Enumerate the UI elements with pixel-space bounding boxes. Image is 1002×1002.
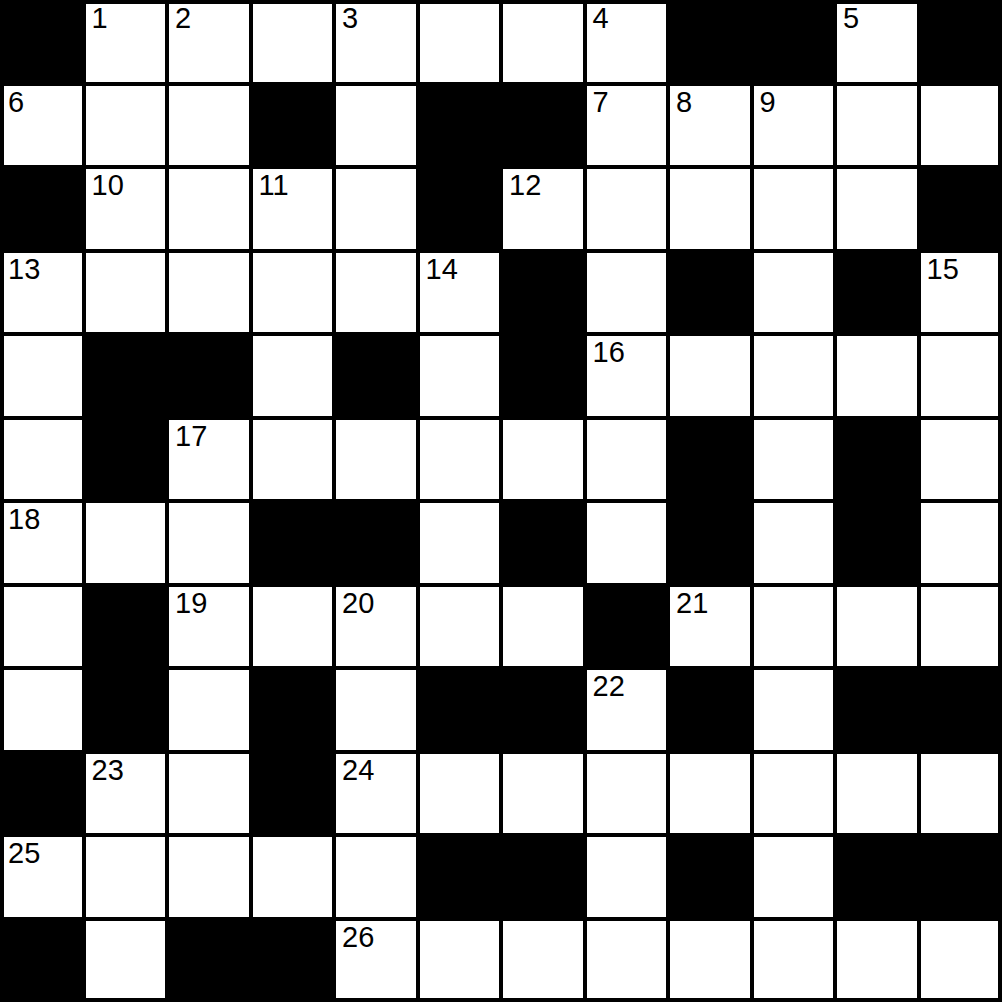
black-cell-4-2	[167, 334, 251, 418]
white-cell-0-1[interactable]: 1	[84, 0, 168, 84]
white-cell-7-11[interactable]	[919, 585, 1002, 669]
black-cell-8-8	[668, 668, 752, 752]
clue-number-13: 13	[8, 254, 40, 286]
white-cell-5-0[interactable]	[0, 418, 84, 502]
clue-number-3: 3	[342, 3, 358, 35]
white-cell-10-1[interactable]	[84, 835, 168, 919]
clue-number-20: 20	[342, 588, 374, 620]
clue-number-11: 11	[259, 170, 289, 202]
black-cell-9-0	[0, 752, 84, 836]
white-cell-9-5[interactable]	[418, 752, 502, 836]
white-cell-11-11[interactable]	[919, 919, 1002, 1002]
black-cell-4-4	[334, 334, 418, 418]
white-cell-6-9[interactable]	[752, 501, 836, 585]
white-cell-9-6[interactable]	[501, 752, 585, 836]
white-cell-1-1[interactable]	[84, 84, 168, 168]
white-cell-9-2[interactable]	[167, 752, 251, 836]
black-cell-1-3	[251, 84, 335, 168]
black-cell-10-8	[668, 835, 752, 919]
black-cell-6-3	[251, 501, 335, 585]
white-cell-4-0[interactable]	[0, 334, 84, 418]
black-cell-8-11	[919, 668, 1002, 752]
white-cell-4-9[interactable]	[752, 334, 836, 418]
black-cell-5-10	[835, 418, 919, 502]
clue-number-10: 10	[92, 170, 124, 202]
white-cell-0-3[interactable]	[251, 0, 335, 84]
black-cell-8-1	[84, 668, 168, 752]
clue-number-24: 24	[342, 755, 374, 787]
white-cell-7-5[interactable]	[418, 585, 502, 669]
white-cell-0-4[interactable]: 3	[334, 0, 418, 84]
black-cell-1-5	[418, 84, 502, 168]
white-cell-4-10[interactable]	[835, 334, 919, 418]
black-cell-5-8	[668, 418, 752, 502]
clue-number-25: 25	[8, 838, 40, 870]
clue-number-4: 4	[593, 3, 609, 35]
white-cell-9-11[interactable]	[919, 752, 1002, 836]
black-cell-2-0	[0, 167, 84, 251]
white-cell-6-7[interactable]	[585, 501, 669, 585]
black-cell-3-10	[835, 251, 919, 335]
white-cell-10-9[interactable]	[752, 835, 836, 919]
white-cell-4-5[interactable]	[418, 334, 502, 418]
white-cell-2-4[interactable]	[334, 167, 418, 251]
white-cell-4-8[interactable]	[668, 334, 752, 418]
white-cell-2-8[interactable]	[668, 167, 752, 251]
clue-number-26: 26	[342, 922, 374, 954]
black-cell-6-10	[835, 501, 919, 585]
white-cell-8-2[interactable]	[167, 668, 251, 752]
white-cell-2-1[interactable]: 10	[84, 167, 168, 251]
clue-number-7: 7	[593, 87, 609, 119]
white-cell-0-10[interactable]: 5	[835, 0, 919, 84]
white-cell-7-0[interactable]	[0, 585, 84, 669]
clue-number-15: 15	[927, 254, 959, 286]
white-cell-3-0[interactable]: 13	[0, 251, 84, 335]
white-cell-0-6[interactable]	[501, 0, 585, 84]
white-cell-1-8[interactable]: 8	[668, 84, 752, 168]
clue-number-17: 17	[175, 421, 207, 453]
black-cell-1-6	[501, 84, 585, 168]
white-cell-4-3[interactable]	[251, 334, 335, 418]
clue-number-9: 9	[760, 87, 776, 119]
clue-number-8: 8	[676, 87, 692, 119]
white-cell-0-7[interactable]: 4	[585, 0, 669, 84]
white-cell-11-7[interactable]	[585, 919, 669, 1002]
white-cell-2-6[interactable]: 12	[501, 167, 585, 251]
white-cell-9-7[interactable]	[585, 752, 669, 836]
white-cell-5-6[interactable]	[501, 418, 585, 502]
white-cell-6-1[interactable]	[84, 501, 168, 585]
white-cell-5-7[interactable]	[585, 418, 669, 502]
black-cell-3-8	[668, 251, 752, 335]
black-cell-5-1	[84, 418, 168, 502]
white-cell-3-7[interactable]	[585, 251, 669, 335]
white-cell-2-3[interactable]: 11	[251, 167, 335, 251]
clue-number-19: 19	[175, 588, 207, 620]
black-cell-8-10	[835, 668, 919, 752]
black-cell-6-6	[501, 501, 585, 585]
clue-number-22: 22	[593, 671, 625, 703]
white-cell-6-5[interactable]	[418, 501, 502, 585]
white-cell-3-11[interactable]: 15	[919, 251, 1002, 335]
clue-number-23: 23	[92, 755, 124, 787]
white-cell-1-4[interactable]	[334, 84, 418, 168]
white-cell-3-2[interactable]	[167, 251, 251, 335]
black-cell-10-10	[835, 835, 919, 919]
white-cell-1-9[interactable]: 9	[752, 84, 836, 168]
white-cell-7-6[interactable]	[501, 585, 585, 669]
clue-number-18: 18	[8, 504, 40, 536]
black-cell-3-6	[501, 251, 585, 335]
white-cell-6-2[interactable]	[167, 501, 251, 585]
white-cell-10-2[interactable]	[167, 835, 251, 919]
white-cell-11-5[interactable]	[418, 919, 502, 1002]
white-cell-11-6[interactable]	[501, 919, 585, 1002]
white-cell-2-7[interactable]	[585, 167, 669, 251]
white-cell-9-10[interactable]	[835, 752, 919, 836]
white-cell-5-3[interactable]	[251, 418, 335, 502]
black-cell-4-1	[84, 334, 168, 418]
white-cell-5-9[interactable]	[752, 418, 836, 502]
white-cell-7-2[interactable]: 19	[167, 585, 251, 669]
white-cell-11-10[interactable]	[835, 919, 919, 1002]
crossword-board: 1234567891011121314151617181920212223242…	[0, 0, 1002, 1002]
white-cell-9-9[interactable]	[752, 752, 836, 836]
clue-number-1: 1	[92, 3, 108, 35]
white-cell-3-4[interactable]	[334, 251, 418, 335]
white-cell-2-10[interactable]	[835, 167, 919, 251]
white-cell-10-0[interactable]: 25	[0, 835, 84, 919]
white-cell-0-5[interactable]	[418, 0, 502, 84]
clue-number-12: 12	[509, 170, 541, 202]
black-cell-11-3	[251, 919, 335, 1002]
white-cell-1-0[interactable]: 6	[0, 84, 84, 168]
black-cell-7-7	[585, 585, 669, 669]
white-cell-1-7[interactable]: 7	[585, 84, 669, 168]
white-cell-8-7[interactable]: 22	[585, 668, 669, 752]
white-cell-7-3[interactable]	[251, 585, 335, 669]
black-cell-2-5	[418, 167, 502, 251]
white-cell-7-10[interactable]	[835, 585, 919, 669]
black-cell-8-5	[418, 668, 502, 752]
black-cell-0-8	[668, 0, 752, 84]
white-cell-7-9[interactable]	[752, 585, 836, 669]
white-cell-11-8[interactable]	[668, 919, 752, 1002]
black-cell-9-3	[251, 752, 335, 836]
clue-number-14: 14	[426, 254, 458, 286]
white-cell-6-11[interactable]	[919, 501, 1002, 585]
black-cell-11-0	[0, 919, 84, 1002]
black-cell-10-6	[501, 835, 585, 919]
white-cell-3-9[interactable]	[752, 251, 836, 335]
black-cell-10-5	[418, 835, 502, 919]
white-cell-2-2[interactable]	[167, 167, 251, 251]
white-cell-1-2[interactable]	[167, 84, 251, 168]
white-cell-4-7[interactable]: 16	[585, 334, 669, 418]
white-cell-3-3[interactable]	[251, 251, 335, 335]
white-cell-8-4[interactable]	[334, 668, 418, 752]
white-cell-11-9[interactable]	[752, 919, 836, 1002]
black-cell-8-3	[251, 668, 335, 752]
white-cell-4-11[interactable]	[919, 334, 1002, 418]
white-cell-5-4[interactable]	[334, 418, 418, 502]
black-cell-6-4	[334, 501, 418, 585]
white-cell-6-0[interactable]: 18	[0, 501, 84, 585]
white-cell-5-5[interactable]	[418, 418, 502, 502]
black-cell-0-9	[752, 0, 836, 84]
white-cell-5-11[interactable]	[919, 418, 1002, 502]
white-cell-10-7[interactable]	[585, 835, 669, 919]
white-cell-11-4[interactable]: 26	[334, 919, 418, 1002]
white-cell-1-10[interactable]	[835, 84, 919, 168]
black-cell-8-6	[501, 668, 585, 752]
white-cell-10-4[interactable]	[334, 835, 418, 919]
white-cell-0-2[interactable]: 2	[167, 0, 251, 84]
white-cell-2-9[interactable]	[752, 167, 836, 251]
white-cell-9-1[interactable]: 23	[84, 752, 168, 836]
black-cell-4-6	[501, 334, 585, 418]
black-cell-10-11	[919, 835, 1002, 919]
white-cell-9-8[interactable]	[668, 752, 752, 836]
white-cell-7-4[interactable]: 20	[334, 585, 418, 669]
clue-number-2: 2	[175, 3, 191, 35]
clue-number-21: 21	[676, 588, 708, 620]
white-cell-1-11[interactable]	[919, 84, 1002, 168]
clue-number-6: 6	[8, 87, 24, 119]
black-cell-0-0	[0, 0, 84, 84]
black-cell-6-8	[668, 501, 752, 585]
white-cell-8-9[interactable]	[752, 668, 836, 752]
white-cell-7-8[interactable]: 21	[668, 585, 752, 669]
black-cell-0-11	[919, 0, 1002, 84]
white-cell-3-5[interactable]: 14	[418, 251, 502, 335]
black-cell-11-2	[167, 919, 251, 1002]
black-cell-7-1	[84, 585, 168, 669]
black-cell-2-11	[919, 167, 1002, 251]
clue-number-16: 16	[593, 337, 625, 369]
white-cell-8-0[interactable]	[0, 668, 84, 752]
white-cell-11-1[interactable]	[84, 919, 168, 1002]
white-cell-5-2[interactable]: 17	[167, 418, 251, 502]
white-cell-3-1[interactable]	[84, 251, 168, 335]
white-cell-10-3[interactable]	[251, 835, 335, 919]
clue-number-5: 5	[843, 3, 859, 35]
white-cell-9-4[interactable]: 24	[334, 752, 418, 836]
